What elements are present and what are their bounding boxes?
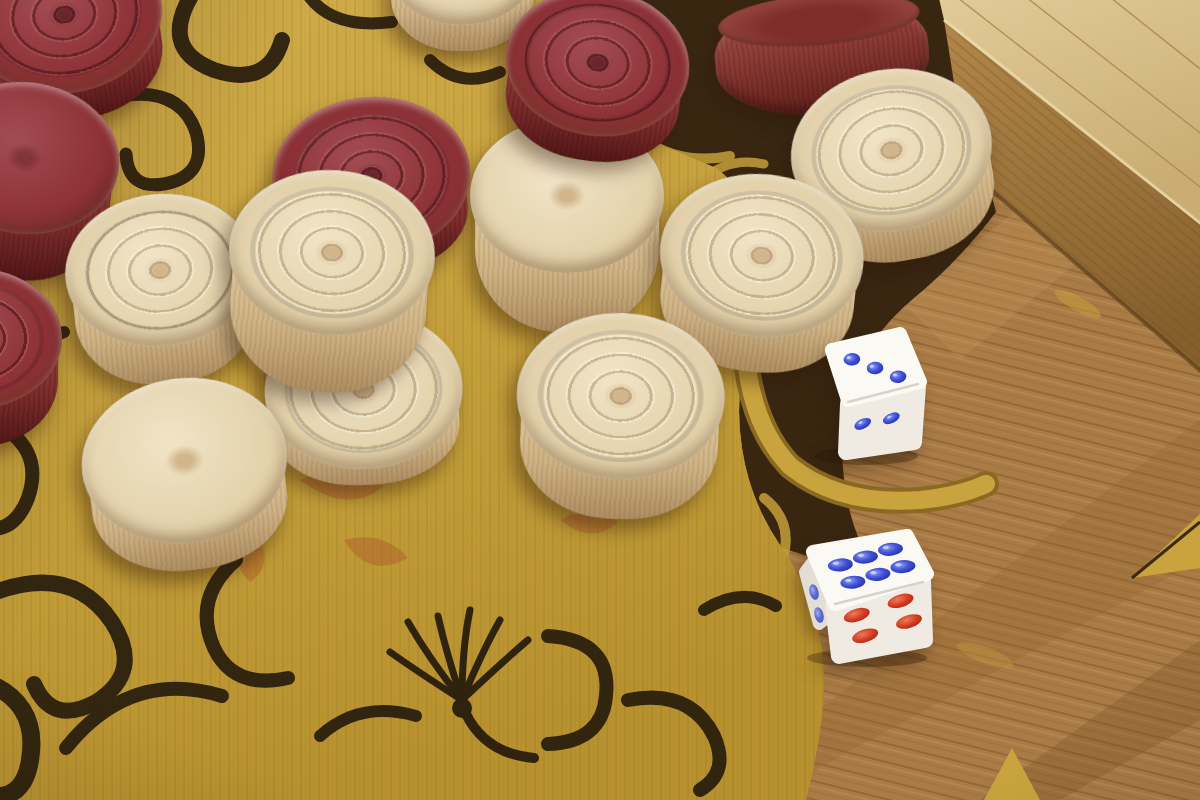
pieces-layer xyxy=(0,0,1200,800)
checker-natural[interactable] xyxy=(220,163,441,398)
checker-natural[interactable] xyxy=(512,309,727,522)
checker-red[interactable] xyxy=(493,0,699,171)
die-2[interactable] xyxy=(793,512,941,666)
checker-red[interactable] xyxy=(0,268,62,445)
checker-natural[interactable] xyxy=(72,366,300,581)
die-1[interactable] xyxy=(806,320,930,466)
backgammon-board-photo: Wooden backgammon checkers (natural and … xyxy=(0,0,1200,800)
